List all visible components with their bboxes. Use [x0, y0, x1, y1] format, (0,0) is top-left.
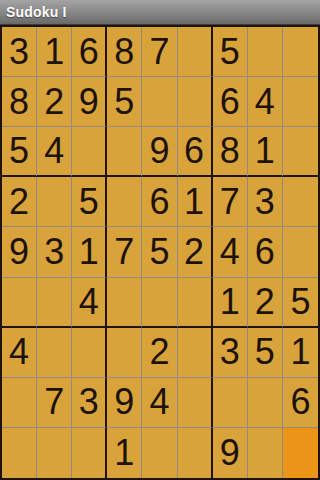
cell-r2c9[interactable]	[283, 77, 318, 127]
cell-r9c7[interactable]: 9	[213, 428, 248, 478]
cell-r5c1[interactable]: 9	[2, 227, 37, 277]
cell-r3c5[interactable]: 9	[142, 127, 177, 177]
cell-r3c1[interactable]: 5	[2, 127, 37, 177]
cell-r9c9[interactable]	[283, 428, 318, 478]
cell-r2c7[interactable]: 6	[213, 77, 248, 127]
cell-r5c3[interactable]: 1	[72, 227, 107, 277]
cell-r2c5[interactable]	[142, 77, 177, 127]
cell-r8c2[interactable]: 7	[37, 378, 72, 428]
cell-r8c4[interactable]: 9	[107, 378, 142, 428]
cell-r2c3[interactable]: 9	[72, 77, 107, 127]
cell-r2c4[interactable]: 5	[107, 77, 142, 127]
app-screen: Sudoku I 3168758295645496812561739317524…	[0, 0, 320, 480]
cell-r3c3[interactable]	[72, 127, 107, 177]
cell-r4c1[interactable]: 2	[2, 177, 37, 227]
cell-r1c9[interactable]	[283, 27, 318, 77]
cell-r4c3[interactable]: 5	[72, 177, 107, 227]
cell-r6c4[interactable]	[107, 278, 142, 328]
cell-r2c8[interactable]: 4	[248, 77, 283, 127]
cell-r9c1[interactable]	[2, 428, 37, 478]
cell-r5c5[interactable]: 5	[142, 227, 177, 277]
cell-r1c7[interactable]: 5	[213, 27, 248, 77]
cell-r3c6[interactable]: 6	[178, 127, 213, 177]
cell-r7c4[interactable]	[107, 328, 142, 378]
cell-r9c2[interactable]	[37, 428, 72, 478]
cell-r1c3[interactable]: 6	[72, 27, 107, 77]
cell-r8c6[interactable]	[178, 378, 213, 428]
cell-r1c6[interactable]	[178, 27, 213, 77]
sudoku-board: 3168758295645496812561739317524641254235…	[0, 25, 320, 480]
cell-r2c6[interactable]	[178, 77, 213, 127]
cell-r7c8[interactable]: 5	[248, 328, 283, 378]
cell-r6c7[interactable]: 1	[213, 278, 248, 328]
cell-r8c5[interactable]: 4	[142, 378, 177, 428]
cell-r6c1[interactable]	[2, 278, 37, 328]
cell-r4c5[interactable]: 6	[142, 177, 177, 227]
cell-r1c5[interactable]: 7	[142, 27, 177, 77]
cell-r7c6[interactable]	[178, 328, 213, 378]
cell-r7c9[interactable]: 1	[283, 328, 318, 378]
cell-r7c5[interactable]: 2	[142, 328, 177, 378]
cell-r7c3[interactable]	[72, 328, 107, 378]
cell-r5c9[interactable]	[283, 227, 318, 277]
cell-r6c5[interactable]	[142, 278, 177, 328]
cell-r5c4[interactable]: 7	[107, 227, 142, 277]
cell-r6c9[interactable]: 5	[283, 278, 318, 328]
cell-r3c7[interactable]: 8	[213, 127, 248, 177]
cell-r4c7[interactable]: 7	[213, 177, 248, 227]
cell-r5c2[interactable]: 3	[37, 227, 72, 277]
cell-r4c8[interactable]: 3	[248, 177, 283, 227]
cell-r9c5[interactable]	[142, 428, 177, 478]
app-title: Sudoku I	[6, 4, 67, 20]
cell-r1c1[interactable]: 3	[2, 27, 37, 77]
cell-r7c1[interactable]: 4	[2, 328, 37, 378]
cell-r8c8[interactable]	[248, 378, 283, 428]
cell-r8c1[interactable]	[2, 378, 37, 428]
cell-r6c8[interactable]: 2	[248, 278, 283, 328]
cell-r8c7[interactable]	[213, 378, 248, 428]
cell-r2c1[interactable]: 8	[2, 77, 37, 127]
cell-r3c2[interactable]: 4	[37, 127, 72, 177]
cell-r3c9[interactable]	[283, 127, 318, 177]
cell-r5c8[interactable]: 6	[248, 227, 283, 277]
cell-r3c4[interactable]	[107, 127, 142, 177]
cell-r9c8[interactable]	[248, 428, 283, 478]
cell-r9c6[interactable]	[178, 428, 213, 478]
cell-r9c4[interactable]: 1	[107, 428, 142, 478]
cell-r7c7[interactable]: 3	[213, 328, 248, 378]
cell-r6c6[interactable]	[178, 278, 213, 328]
cell-r6c3[interactable]: 4	[72, 278, 107, 328]
cell-r4c6[interactable]: 1	[178, 177, 213, 227]
cell-r3c8[interactable]: 1	[248, 127, 283, 177]
cell-r8c3[interactable]: 3	[72, 378, 107, 428]
cell-r9c3[interactable]	[72, 428, 107, 478]
cell-r6c2[interactable]	[37, 278, 72, 328]
cell-r2c2[interactable]: 2	[37, 77, 72, 127]
cell-r5c6[interactable]: 2	[178, 227, 213, 277]
cell-r4c4[interactable]	[107, 177, 142, 227]
cell-r1c4[interactable]: 8	[107, 27, 142, 77]
cell-r4c9[interactable]	[283, 177, 318, 227]
title-bar: Sudoku I	[0, 0, 320, 25]
cell-r7c2[interactable]	[37, 328, 72, 378]
cell-r8c9[interactable]: 6	[283, 378, 318, 428]
cell-r1c2[interactable]: 1	[37, 27, 72, 77]
cell-r4c2[interactable]	[37, 177, 72, 227]
cell-r1c8[interactable]	[248, 27, 283, 77]
cell-r5c7[interactable]: 4	[213, 227, 248, 277]
